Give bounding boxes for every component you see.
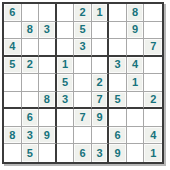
- cell-value: 2: [96, 77, 102, 88]
- cell-value: 7: [79, 112, 85, 123]
- cell-value: 5: [62, 77, 68, 88]
- sudoku-cell-r5c7[interactable]: [109, 74, 127, 92]
- sudoku-cell-r1c3[interactable]: [39, 4, 57, 22]
- sudoku-cell-r8c8[interactable]: [127, 127, 145, 145]
- sudoku-cell-r7c6[interactable]: 9: [92, 109, 110, 127]
- sudoku-cell-r5c4[interactable]: 5: [57, 74, 75, 92]
- sudoku-cell-r6c1[interactable]: [4, 92, 22, 110]
- sudoku-cell-r3c6[interactable]: [92, 39, 110, 57]
- cell-value: 6: [27, 112, 33, 123]
- sudoku-cell-r8c4[interactable]: [57, 127, 75, 145]
- sudoku-cell-r6c6[interactable]: 7: [92, 92, 110, 110]
- sudoku-cell-r7c4[interactable]: [57, 109, 75, 127]
- cell-value: 1: [132, 77, 138, 88]
- sudoku-cell-r3c8[interactable]: [127, 39, 145, 57]
- sudoku-cell-r5c5[interactable]: [74, 74, 92, 92]
- cell-value: 5: [115, 94, 121, 105]
- sudoku-cell-r4c1[interactable]: 5: [4, 57, 22, 75]
- sudoku-cell-r5c9[interactable]: [144, 74, 162, 92]
- sudoku-cell-r5c6[interactable]: 2: [92, 74, 110, 92]
- sudoku-cell-r3c5[interactable]: 3: [74, 39, 92, 57]
- sudoku-cell-r4c2[interactable]: 2: [22, 57, 40, 75]
- sudoku-cell-r3c4[interactable]: [57, 39, 75, 57]
- cell-value: 3: [62, 94, 68, 105]
- sudoku-cell-r7c7[interactable]: [109, 109, 127, 127]
- cell-value: 5: [79, 24, 85, 35]
- sudoku-cell-r9c5[interactable]: 6: [74, 144, 92, 162]
- cell-value: 5: [27, 148, 33, 159]
- sudoku-cell-r8c9[interactable]: 4: [144, 127, 162, 145]
- sudoku-cell-r7c2[interactable]: 6: [22, 109, 40, 127]
- cell-value: 1: [62, 59, 68, 70]
- cell-value: 6: [79, 148, 85, 159]
- sudoku-cell-r8c3[interactable]: 9: [39, 127, 57, 145]
- cell-value: 4: [132, 59, 138, 70]
- sudoku-cell-r7c1[interactable]: [4, 109, 22, 127]
- sudoku-cell-r5c8[interactable]: 1: [127, 74, 145, 92]
- cell-value: 8: [132, 7, 138, 18]
- sudoku-cell-r8c7[interactable]: 6: [109, 127, 127, 145]
- sudoku-cell-r2c4[interactable]: [57, 22, 75, 40]
- sudoku-cell-r1c4[interactable]: [57, 4, 75, 22]
- sudoku-cell-r6c9[interactable]: 2: [144, 92, 162, 110]
- sudoku-cell-r2c3[interactable]: 3: [39, 22, 57, 40]
- sudoku-cell-r3c2[interactable]: [22, 39, 40, 57]
- sudoku-cell-r8c5[interactable]: [74, 127, 92, 145]
- sudoku-cell-r3c7[interactable]: [109, 39, 127, 57]
- cell-value: 3: [79, 41, 85, 52]
- sudoku-cell-r4c7[interactable]: 3: [109, 57, 127, 75]
- sudoku-cell-r2c5[interactable]: 5: [74, 22, 92, 40]
- sudoku-cell-r3c3[interactable]: [39, 39, 57, 57]
- sudoku-cell-r1c8[interactable]: 8: [127, 4, 145, 22]
- cell-value: 9: [132, 24, 138, 35]
- sudoku-cell-r6c8[interactable]: [127, 92, 145, 110]
- cell-value: 8: [9, 130, 15, 141]
- cell-value: 2: [27, 59, 33, 70]
- cell-value: 9: [96, 112, 102, 123]
- cell-value: 3: [96, 148, 102, 159]
- sudoku-cell-r2c7[interactable]: [109, 22, 127, 40]
- sudoku-cell-r4c6[interactable]: [92, 57, 110, 75]
- cell-value: 2: [150, 94, 156, 105]
- sudoku-cell-r9c7[interactable]: 9: [109, 144, 127, 162]
- cell-value: 6: [115, 130, 121, 141]
- sudoku-cell-r2c2[interactable]: 8: [22, 22, 40, 40]
- cell-value: 3: [27, 130, 33, 141]
- cell-value: 2: [79, 7, 85, 18]
- sudoku-cell-r1c7[interactable]: [109, 4, 127, 22]
- sudoku-cell-r3c1[interactable]: 4: [4, 39, 22, 57]
- sudoku-cell-r1c1[interactable]: 6: [4, 4, 22, 22]
- sudoku-cell-r2c9[interactable]: [144, 22, 162, 40]
- sudoku-cell-r6c2[interactable]: [22, 92, 40, 110]
- sudoku-cell-r2c6[interactable]: [92, 22, 110, 40]
- cell-value: 8: [44, 94, 50, 105]
- sudoku-cell-r4c3[interactable]: [39, 57, 57, 75]
- sudoku-cell-r4c4[interactable]: 1: [57, 57, 75, 75]
- cell-value: 3: [115, 59, 121, 70]
- sudoku-cell-r4c5[interactable]: [74, 57, 92, 75]
- sudoku-cell-r9c9[interactable]: 1: [144, 144, 162, 162]
- sudoku-cell-r9c3[interactable]: [39, 144, 57, 162]
- sudoku-cell-r4c9[interactable]: [144, 57, 162, 75]
- sudoku-cell-r2c1[interactable]: [4, 22, 22, 40]
- sudoku-cell-r9c2[interactable]: 5: [22, 144, 40, 162]
- cell-value: 1: [150, 148, 156, 159]
- sudoku-cell-r1c5[interactable]: 2: [74, 4, 92, 22]
- sudoku-cell-r7c8[interactable]: [127, 109, 145, 127]
- cell-value: 7: [96, 94, 102, 105]
- sudoku-cell-r1c6[interactable]: 1: [92, 4, 110, 22]
- sudoku-cell-r2c8[interactable]: 9: [127, 22, 145, 40]
- sudoku-board: 6218835943752134521837526798396456391: [2, 2, 164, 164]
- sudoku-cell-r4c8[interactable]: 4: [127, 57, 145, 75]
- sudoku-cell-r7c3[interactable]: [39, 109, 57, 127]
- sudoku-cell-r6c4[interactable]: 3: [57, 92, 75, 110]
- sudoku-cell-r9c1[interactable]: [4, 144, 22, 162]
- sudoku-cell-r6c3[interactable]: 8: [39, 92, 57, 110]
- sudoku-cell-r1c9[interactable]: [144, 4, 162, 22]
- cell-value: 8: [27, 24, 33, 35]
- sudoku-cell-r3c9[interactable]: 7: [144, 39, 162, 57]
- sudoku-cell-r6c7[interactable]: 5: [109, 92, 127, 110]
- cell-value: 4: [9, 41, 15, 52]
- cell-value: 4: [150, 130, 156, 141]
- sudoku-cell-r6c5[interactable]: [74, 92, 92, 110]
- cell-value: 5: [9, 59, 15, 70]
- sudoku-cell-r9c8[interactable]: [127, 144, 145, 162]
- cell-value: 3: [44, 24, 50, 35]
- sudoku-cell-r8c6[interactable]: [92, 127, 110, 145]
- sudoku-cell-r9c6[interactable]: 3: [92, 144, 110, 162]
- cell-value: 1: [96, 7, 102, 18]
- cell-value: 7: [150, 41, 156, 52]
- cell-value: 9: [115, 148, 121, 159]
- sudoku-cell-r5c2[interactable]: [22, 74, 40, 92]
- sudoku-cell-r9c4[interactable]: [57, 144, 75, 162]
- sudoku-cell-r7c9[interactable]: [144, 109, 162, 127]
- cell-value: 6: [9, 7, 15, 18]
- sudoku-cell-r8c1[interactable]: 8: [4, 127, 22, 145]
- cell-value: 9: [44, 130, 50, 141]
- sudoku-cell-r8c2[interactable]: 3: [22, 127, 40, 145]
- sudoku-cell-r5c1[interactable]: [4, 74, 22, 92]
- sudoku-cell-r5c3[interactable]: [39, 74, 57, 92]
- sudoku-cell-r1c2[interactable]: [22, 4, 40, 22]
- sudoku-cell-r7c5[interactable]: 7: [74, 109, 92, 127]
